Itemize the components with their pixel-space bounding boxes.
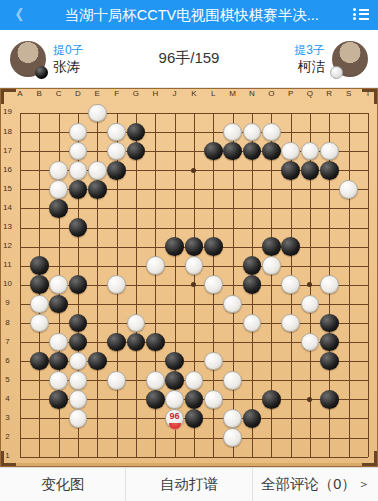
board-intersection[interactable]: [68, 313, 87, 332]
board-intersection[interactable]: [68, 447, 87, 466]
board-intersection[interactable]: [165, 371, 184, 390]
board-intersection[interactable]: [88, 333, 107, 352]
board-intersection[interactable]: [165, 275, 184, 294]
board-intersection[interactable]: [204, 428, 223, 447]
board-intersection[interactable]: [107, 142, 126, 161]
board-intersection[interactable]: [126, 142, 145, 161]
board-intersection[interactable]: [339, 218, 358, 237]
board-intersection[interactable]: [30, 447, 49, 466]
board-intersection[interactable]: [165, 199, 184, 218]
board-intersection[interactable]: [223, 371, 242, 390]
board-intersection[interactable]: [320, 409, 339, 428]
board-intersection[interactable]: [242, 409, 261, 428]
board-intersection[interactable]: [242, 122, 261, 141]
board-intersection[interactable]: [146, 409, 165, 428]
board-intersection[interactable]: [223, 390, 242, 409]
board-intersection[interactable]: [126, 390, 145, 409]
board-intersection[interactable]: [242, 275, 261, 294]
black-player-avatar[interactable]: [10, 41, 46, 77]
board-intersection[interactable]: [300, 390, 319, 409]
board-intersection[interactable]: [262, 256, 281, 275]
board-intersection[interactable]: [107, 333, 126, 352]
board-intersection[interactable]: [339, 180, 358, 199]
board-intersection[interactable]: [68, 161, 87, 180]
board-intersection[interactable]: [30, 275, 49, 294]
board-intersection[interactable]: [146, 142, 165, 161]
board-intersection[interactable]: [242, 313, 261, 332]
board-intersection[interactable]: [184, 313, 203, 332]
board-intersection[interactable]: [223, 256, 242, 275]
board-intersection[interactable]: [184, 218, 203, 237]
board-intersection[interactable]: [262, 352, 281, 371]
board-intersection[interactable]: [339, 275, 358, 294]
board-intersection[interactable]: [242, 294, 261, 313]
board-intersection[interactable]: [88, 390, 107, 409]
board-intersection[interactable]: [262, 218, 281, 237]
board-intersection[interactable]: [49, 122, 68, 141]
board-intersection[interactable]: [300, 447, 319, 466]
board-intersection[interactable]: [242, 333, 261, 352]
board-intersection[interactable]: [88, 313, 107, 332]
board-intersection[interactable]: [320, 180, 339, 199]
board-intersection[interactable]: [223, 199, 242, 218]
board-intersection[interactable]: [242, 371, 261, 390]
board-intersection[interactable]: [320, 333, 339, 352]
board-intersection[interactable]: [358, 180, 377, 199]
board-intersection[interactable]: [204, 237, 223, 256]
board-intersection[interactable]: [300, 371, 319, 390]
board-intersection[interactable]: [30, 294, 49, 313]
board-intersection[interactable]: [204, 142, 223, 161]
board-intersection[interactable]: [242, 390, 261, 409]
board-intersection[interactable]: [358, 122, 377, 141]
board-intersection[interactable]: [223, 180, 242, 199]
board-intersection[interactable]: [146, 180, 165, 199]
board-intersection[interactable]: [49, 428, 68, 447]
board-intersection[interactable]: [165, 237, 184, 256]
board-intersection[interactable]: [30, 256, 49, 275]
board-intersection[interactable]: [184, 447, 203, 466]
board-intersection[interactable]: [126, 256, 145, 275]
board-intersection[interactable]: [262, 390, 281, 409]
board-intersection[interactable]: [204, 447, 223, 466]
board-intersection[interactable]: [49, 371, 68, 390]
board-intersection[interactable]: [262, 122, 281, 141]
board-intersection[interactable]: [146, 218, 165, 237]
board-intersection[interactable]: [300, 409, 319, 428]
board-intersection[interactable]: [339, 294, 358, 313]
board-intersection[interactable]: [146, 103, 165, 122]
board-intersection[interactable]: [184, 103, 203, 122]
board-intersection[interactable]: [88, 256, 107, 275]
board-intersection[interactable]: [281, 142, 300, 161]
board-intersection[interactable]: [300, 218, 319, 237]
board-intersection[interactable]: [358, 294, 377, 313]
board-intersection[interactable]: [320, 275, 339, 294]
board-intersection[interactable]: [146, 447, 165, 466]
board-intersection[interactable]: [223, 352, 242, 371]
board-intersection[interactable]: [358, 313, 377, 332]
board-intersection[interactable]: [204, 409, 223, 428]
board-intersection[interactable]: [68, 256, 87, 275]
board-intersection[interactable]: [126, 122, 145, 141]
board-intersection[interactable]: [320, 103, 339, 122]
board-intersection[interactable]: [358, 352, 377, 371]
board-intersection[interactable]: [281, 237, 300, 256]
board-intersection[interactable]: [281, 161, 300, 180]
board-intersection[interactable]: [165, 390, 184, 409]
board-intersection[interactable]: [242, 256, 261, 275]
board-intersection[interactable]: [262, 294, 281, 313]
board-intersection[interactable]: [165, 122, 184, 141]
board-intersection[interactable]: [358, 275, 377, 294]
board-intersection[interactable]: [339, 237, 358, 256]
board-intersection[interactable]: [30, 313, 49, 332]
board-intersection[interactable]: [281, 352, 300, 371]
board-intersection[interactable]: [320, 142, 339, 161]
board-intersection[interactable]: [146, 161, 165, 180]
board-intersection[interactable]: [88, 371, 107, 390]
board-intersection[interactable]: [165, 142, 184, 161]
board-intersection[interactable]: [49, 142, 68, 161]
board-intersection[interactable]: [358, 237, 377, 256]
board-intersection[interactable]: [242, 142, 261, 161]
board-intersection[interactable]: [107, 218, 126, 237]
board-intersection[interactable]: [107, 390, 126, 409]
board-intersection[interactable]: [204, 161, 223, 180]
board-intersection[interactable]: [320, 161, 339, 180]
board-intersection[interactable]: [146, 390, 165, 409]
board-intersection[interactable]: [281, 313, 300, 332]
board-intersection[interactable]: [49, 199, 68, 218]
board-intersection[interactable]: [126, 371, 145, 390]
board-intersection[interactable]: [281, 409, 300, 428]
board-intersection[interactable]: [223, 218, 242, 237]
board-intersection[interactable]: [262, 371, 281, 390]
board-intersection[interactable]: [339, 256, 358, 275]
board-intersection[interactable]: [107, 256, 126, 275]
board-intersection[interactable]: [242, 237, 261, 256]
board-intersection[interactable]: [204, 103, 223, 122]
board-intersection[interactable]: [165, 313, 184, 332]
board-intersection[interactable]: [339, 352, 358, 371]
board-intersection[interactable]: [107, 103, 126, 122]
board-intersection[interactable]: [262, 180, 281, 199]
board-intersection[interactable]: [281, 218, 300, 237]
board-intersection[interactable]: [223, 409, 242, 428]
board-intersection[interactable]: [223, 294, 242, 313]
variation-diagram-button[interactable]: 变化图: [0, 468, 125, 501]
board-intersection[interactable]: [281, 390, 300, 409]
board-intersection[interactable]: [68, 371, 87, 390]
board-intersection[interactable]: [146, 371, 165, 390]
board-intersection[interactable]: [184, 237, 203, 256]
board-intersection[interactable]: [339, 161, 358, 180]
board-intersection[interactable]: [223, 122, 242, 141]
board-intersection[interactable]: [281, 103, 300, 122]
board-intersection[interactable]: [242, 199, 261, 218]
board-intersection[interactable]: [204, 275, 223, 294]
board-intersection[interactable]: [358, 142, 377, 161]
board-intersection[interactable]: [126, 218, 145, 237]
board-intersection[interactable]: [68, 275, 87, 294]
board-intersection[interactable]: [262, 313, 281, 332]
board-intersection[interactable]: [242, 180, 261, 199]
board-intersection[interactable]: [281, 122, 300, 141]
board-intersection[interactable]: [223, 103, 242, 122]
board-intersection[interactable]: [339, 199, 358, 218]
board-intersection[interactable]: [49, 256, 68, 275]
board-intersection[interactable]: [165, 333, 184, 352]
board-intersection[interactable]: [320, 256, 339, 275]
board-intersection[interactable]: [49, 294, 68, 313]
board-intersection[interactable]: [49, 275, 68, 294]
board-intersection[interactable]: [88, 409, 107, 428]
board-intersection[interactable]: [146, 199, 165, 218]
board-intersection[interactable]: [320, 313, 339, 332]
board-intersection[interactable]: [184, 275, 203, 294]
board-intersection[interactable]: [242, 161, 261, 180]
board-intersection[interactable]: [300, 122, 319, 141]
board-intersection[interactable]: [30, 199, 49, 218]
board-intersection[interactable]: [107, 180, 126, 199]
board-intersection[interactable]: [68, 103, 87, 122]
board-intersection[interactable]: [358, 409, 377, 428]
board-intersection[interactable]: [339, 142, 358, 161]
board-intersection[interactable]: [281, 333, 300, 352]
board-intersection[interactable]: [126, 180, 145, 199]
board-intersection[interactable]: [107, 275, 126, 294]
board-intersection[interactable]: [204, 294, 223, 313]
board-intersection[interactable]: [126, 313, 145, 332]
board-intersection[interactable]: [184, 199, 203, 218]
board-intersection[interactable]: [281, 371, 300, 390]
board-intersection[interactable]: [30, 161, 49, 180]
board-intersection[interactable]: [262, 161, 281, 180]
board-intersection[interactable]: [68, 409, 87, 428]
board-intersection[interactable]: [358, 199, 377, 218]
board-intersection[interactable]: 96: [165, 409, 184, 428]
board-intersection[interactable]: [184, 352, 203, 371]
board-intersection[interactable]: [339, 447, 358, 466]
board-intersection[interactable]: [262, 142, 281, 161]
board-intersection[interactable]: [358, 103, 377, 122]
board-intersection[interactable]: [107, 237, 126, 256]
board-intersection[interactable]: [88, 428, 107, 447]
board-intersection[interactable]: [262, 333, 281, 352]
board-intersection[interactable]: [30, 352, 49, 371]
board-intersection[interactable]: [107, 161, 126, 180]
board-intersection[interactable]: [339, 390, 358, 409]
board-intersection[interactable]: [165, 256, 184, 275]
board-intersection[interactable]: [107, 428, 126, 447]
board-intersection[interactable]: [262, 199, 281, 218]
board-intersection[interactable]: [262, 103, 281, 122]
board-intersection[interactable]: [320, 447, 339, 466]
board-intersection[interactable]: [358, 390, 377, 409]
board-intersection[interactable]: [107, 199, 126, 218]
board-intersection[interactable]: [88, 122, 107, 141]
white-player-avatar[interactable]: [332, 41, 368, 77]
board-intersection[interactable]: [281, 256, 300, 275]
board-intersection[interactable]: [88, 218, 107, 237]
board-intersection[interactable]: [49, 447, 68, 466]
board-intersection[interactable]: [68, 390, 87, 409]
board-intersection[interactable]: [146, 428, 165, 447]
board-intersection[interactable]: [146, 333, 165, 352]
board-intersection[interactable]: [68, 122, 87, 141]
board-intersection[interactable]: [223, 161, 242, 180]
board-intersection[interactable]: [146, 313, 165, 332]
board-intersection[interactable]: [30, 237, 49, 256]
board-intersection[interactable]: [68, 180, 87, 199]
board-intersection[interactable]: [49, 180, 68, 199]
board-intersection[interactable]: [88, 142, 107, 161]
board-intersection[interactable]: [358, 333, 377, 352]
board-intersection[interactable]: [223, 142, 242, 161]
board-intersection[interactable]: [339, 103, 358, 122]
board-intersection[interactable]: [281, 447, 300, 466]
board-intersection[interactable]: [204, 333, 223, 352]
board-intersection[interactable]: [49, 390, 68, 409]
board-intersection[interactable]: [204, 256, 223, 275]
board-intersection[interactable]: [126, 447, 145, 466]
board-intersection[interactable]: [184, 428, 203, 447]
board-intersection[interactable]: [242, 447, 261, 466]
board-intersection[interactable]: [146, 256, 165, 275]
board-intersection[interactable]: [30, 103, 49, 122]
board-intersection[interactable]: [300, 428, 319, 447]
board-intersection[interactable]: [88, 294, 107, 313]
board-intersection[interactable]: [165, 103, 184, 122]
board-intersection[interactable]: [165, 428, 184, 447]
board-intersection[interactable]: [358, 428, 377, 447]
board-intersection[interactable]: [88, 180, 107, 199]
board-intersection[interactable]: [126, 237, 145, 256]
board-intersection[interactable]: [165, 352, 184, 371]
board-intersection[interactable]: [126, 333, 145, 352]
board-intersection[interactable]: [358, 256, 377, 275]
board-intersection[interactable]: [30, 409, 49, 428]
board-intersection[interactable]: [300, 352, 319, 371]
board-intersection[interactable]: [223, 333, 242, 352]
board-intersection[interactable]: [126, 275, 145, 294]
board-intersection[interactable]: [107, 352, 126, 371]
board-intersection[interactable]: [358, 218, 377, 237]
board-intersection[interactable]: [49, 352, 68, 371]
board-intersection[interactable]: [68, 142, 87, 161]
board-intersection[interactable]: [339, 409, 358, 428]
board-intersection[interactable]: [146, 275, 165, 294]
board-intersection[interactable]: [223, 237, 242, 256]
board-intersection[interactable]: [242, 103, 261, 122]
board-intersection[interactable]: [320, 199, 339, 218]
board-intersection[interactable]: [165, 180, 184, 199]
board-intersection[interactable]: [223, 275, 242, 294]
board-intersection[interactable]: [320, 294, 339, 313]
board-intersection[interactable]: [262, 237, 281, 256]
board-intersection[interactable]: [262, 409, 281, 428]
board-intersection[interactable]: [300, 256, 319, 275]
board-intersection[interactable]: [358, 371, 377, 390]
board-intersection[interactable]: [30, 142, 49, 161]
board-intersection[interactable]: [320, 237, 339, 256]
board-intersection[interactable]: [281, 294, 300, 313]
board-intersection[interactable]: [339, 122, 358, 141]
board-intersection[interactable]: [281, 180, 300, 199]
board-intersection[interactable]: [126, 161, 145, 180]
board-intersection[interactable]: [107, 447, 126, 466]
board-intersection[interactable]: [223, 428, 242, 447]
board-intersection[interactable]: [320, 371, 339, 390]
board-intersection[interactable]: [146, 294, 165, 313]
board-intersection[interactable]: [184, 294, 203, 313]
board-intersection[interactable]: [88, 447, 107, 466]
board-intersection[interactable]: [320, 352, 339, 371]
board-intersection[interactable]: [184, 390, 203, 409]
board-intersection[interactable]: [339, 428, 358, 447]
board-intersection[interactable]: [126, 294, 145, 313]
board-intersection[interactable]: [339, 313, 358, 332]
board-intersection[interactable]: [300, 333, 319, 352]
board-intersection[interactable]: [204, 352, 223, 371]
board-intersection[interactable]: [300, 161, 319, 180]
board-intersection[interactable]: [339, 333, 358, 352]
board-intersection[interactable]: [49, 218, 68, 237]
board-intersection[interactable]: [300, 313, 319, 332]
board-intersection[interactable]: [49, 313, 68, 332]
board-intersection[interactable]: [30, 122, 49, 141]
board-intersection[interactable]: [204, 218, 223, 237]
board-intersection[interactable]: [88, 161, 107, 180]
board-intersection[interactable]: [300, 275, 319, 294]
board-intersection[interactable]: [184, 161, 203, 180]
board-intersection[interactable]: [204, 390, 223, 409]
board-intersection[interactable]: [204, 122, 223, 141]
board-intersection[interactable]: [49, 103, 68, 122]
board-intersection[interactable]: [320, 218, 339, 237]
board-intersection[interactable]: [88, 352, 107, 371]
board-intersection[interactable]: [204, 371, 223, 390]
board-intersection[interactable]: [320, 122, 339, 141]
board-intersection[interactable]: [262, 447, 281, 466]
board-intersection[interactable]: [165, 294, 184, 313]
board-intersection[interactable]: [49, 237, 68, 256]
board-intersection[interactable]: [204, 313, 223, 332]
board-intersection[interactable]: [126, 409, 145, 428]
board-intersection[interactable]: [126, 199, 145, 218]
board-intersection[interactable]: [300, 294, 319, 313]
board-intersection[interactable]: [88, 199, 107, 218]
board-intersection[interactable]: [68, 237, 87, 256]
board-intersection[interactable]: [300, 199, 319, 218]
board-intersection[interactable]: [30, 428, 49, 447]
board-intersection[interactable]: [184, 371, 203, 390]
board-intersection[interactable]: [165, 218, 184, 237]
board-intersection[interactable]: [262, 428, 281, 447]
board-intersection[interactable]: [126, 428, 145, 447]
back-icon[interactable]: 《: [8, 6, 30, 25]
board-intersection[interactable]: [146, 237, 165, 256]
board-intersection[interactable]: [88, 275, 107, 294]
board-intersection[interactable]: [300, 103, 319, 122]
board-intersection[interactable]: [30, 180, 49, 199]
board-intersection[interactable]: [223, 447, 242, 466]
board-intersection[interactable]: [300, 180, 319, 199]
board-intersection[interactable]: [88, 237, 107, 256]
board-intersection[interactable]: [107, 313, 126, 332]
board-intersection[interactable]: [165, 447, 184, 466]
